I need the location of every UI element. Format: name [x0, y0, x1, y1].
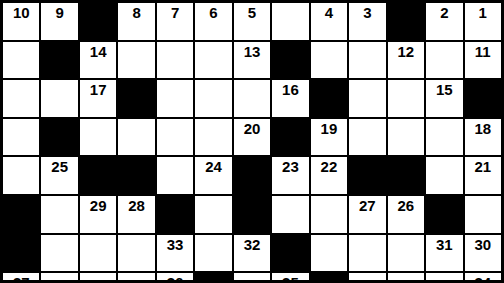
clue-number: 5	[248, 4, 256, 21]
cell-r6-c4[interactable]: 28	[118, 196, 154, 233]
cell-r6-c13[interactable]	[465, 196, 501, 233]
cell-r8-c2[interactable]	[41, 273, 77, 283]
clue-number: 13	[244, 43, 261, 60]
block-cell-r5-c10	[349, 157, 385, 194]
cell-r8-c10[interactable]	[349, 273, 385, 283]
cell-r3-c12[interactable]: 15	[426, 80, 462, 117]
cell-r8-c4[interactable]	[118, 273, 154, 283]
cell-r2-c1[interactable]	[3, 42, 39, 79]
cell-r8-c13[interactable]: 34	[465, 273, 501, 283]
cell-r1-c4[interactable]: 8	[118, 3, 154, 40]
cell-r4-c9[interactable]: 19	[311, 119, 347, 156]
cell-r8-c1[interactable]: 37	[3, 273, 39, 283]
clue-number: 7	[171, 4, 179, 21]
cell-r8-c11[interactable]	[388, 273, 424, 283]
cell-r1-c10[interactable]: 3	[349, 3, 385, 40]
cell-r2-c10[interactable]	[349, 42, 385, 79]
clue-number: 2	[440, 4, 448, 21]
cell-r7-c4[interactable]	[118, 235, 154, 272]
cell-r3-c3[interactable]: 17	[80, 80, 116, 117]
clue-number: 30	[474, 236, 491, 253]
block-cell-r5-c4	[118, 157, 154, 194]
cell-r5-c9[interactable]: 22	[311, 157, 347, 194]
cell-r3-c5[interactable]	[157, 80, 193, 117]
cell-r4-c10[interactable]	[349, 119, 385, 156]
cell-r5-c13[interactable]: 21	[465, 157, 501, 194]
cell-r1-c6[interactable]: 6	[195, 3, 231, 40]
clue-number: 10	[13, 4, 30, 21]
block-cell-r6-c7	[234, 196, 270, 233]
clue-number: 22	[321, 158, 338, 175]
cell-r3-c6[interactable]	[195, 80, 231, 117]
cell-r6-c2[interactable]	[41, 196, 77, 233]
cell-r8-c7[interactable]	[234, 273, 270, 283]
clue-number: 8	[132, 4, 140, 21]
clue-number: 3	[363, 4, 371, 21]
clue-number: 29	[90, 197, 107, 214]
cell-r5-c5[interactable]	[157, 157, 193, 194]
cell-r1-c5[interactable]: 7	[157, 3, 193, 40]
block-cell-r1-c3	[80, 3, 116, 40]
cell-r2-c7[interactable]: 13	[234, 42, 270, 79]
cell-r1-c2[interactable]: 9	[41, 3, 77, 40]
clue-number: 32	[244, 236, 261, 253]
block-cell-r5-c11	[388, 157, 424, 194]
cell-r4-c11[interactable]	[388, 119, 424, 156]
cell-r6-c3[interactable]: 29	[80, 196, 116, 233]
block-cell-r1-c11	[388, 3, 424, 40]
clue-number: 4	[325, 4, 333, 21]
cell-r8-c8[interactable]: 35	[272, 273, 308, 283]
clue-number: 19	[321, 120, 338, 137]
block-cell-r7-c1	[3, 235, 39, 272]
cell-r4-c4[interactable]	[118, 119, 154, 156]
cell-r3-c11[interactable]	[388, 80, 424, 117]
block-cell-r7-c8	[272, 235, 308, 272]
cell-r5-c2[interactable]: 25	[41, 157, 77, 194]
cell-r4-c13[interactable]: 18	[465, 119, 501, 156]
block-cell-r8-c9	[311, 273, 347, 283]
cell-r2-c4[interactable]	[118, 42, 154, 79]
cell-r1-c1[interactable]: 10	[3, 3, 39, 40]
cell-r7-c7[interactable]: 32	[234, 235, 270, 272]
clue-number: 18	[474, 120, 491, 137]
block-cell-r3-c9	[311, 80, 347, 117]
cell-r7-c5[interactable]: 33	[157, 235, 193, 272]
cell-r2-c3[interactable]: 14	[80, 42, 116, 79]
clue-number: 16	[282, 81, 299, 98]
cell-r4-c6[interactable]	[195, 119, 231, 156]
cell-r5-c6[interactable]: 24	[195, 157, 231, 194]
block-cell-r5-c7	[234, 157, 270, 194]
clue-number: 20	[244, 120, 261, 137]
cell-r6-c8[interactable]	[272, 196, 308, 233]
block-cell-r4-c8	[272, 119, 308, 156]
cell-r2-c11[interactable]: 12	[388, 42, 424, 79]
clue-number: 6	[209, 4, 217, 21]
cell-r3-c8[interactable]: 16	[272, 80, 308, 117]
block-cell-r4-c2	[41, 119, 77, 156]
cell-r6-c9[interactable]	[311, 196, 347, 233]
cell-r7-c10[interactable]	[349, 235, 385, 272]
block-cell-r6-c5	[157, 196, 193, 233]
cell-r2-c6[interactable]	[195, 42, 231, 79]
cell-r3-c1[interactable]	[3, 80, 39, 117]
clue-number: 1	[479, 4, 487, 21]
crossword-board: 1098765432114131211171615201918252423222…	[0, 0, 504, 283]
cell-r1-c8[interactable]	[272, 3, 308, 40]
clue-number: 15	[436, 81, 453, 98]
clue-number: 12	[397, 43, 414, 60]
cell-r8-c3[interactable]	[80, 273, 116, 283]
cell-r5-c8[interactable]: 23	[272, 157, 308, 194]
cell-r4-c5[interactable]	[157, 119, 193, 156]
cell-r4-c7[interactable]: 20	[234, 119, 270, 156]
clue-number: 34	[474, 274, 491, 283]
cell-r1-c7[interactable]: 5	[234, 3, 270, 40]
clue-number: 27	[359, 197, 376, 214]
clue-number: 26	[397, 197, 414, 214]
cell-r4-c3[interactable]	[80, 119, 116, 156]
cell-r8-c5[interactable]: 36	[157, 273, 193, 283]
cell-r7-c2[interactable]	[41, 235, 77, 272]
cell-r3-c10[interactable]	[349, 80, 385, 117]
cell-r7-c12[interactable]: 31	[426, 235, 462, 272]
cell-r5-c1[interactable]	[3, 157, 39, 194]
clue-number: 25	[51, 158, 68, 175]
cell-r7-c9[interactable]	[311, 235, 347, 272]
clue-number: 36	[167, 274, 184, 283]
cell-r6-c11[interactable]: 26	[388, 196, 424, 233]
cell-r2-c9[interactable]	[311, 42, 347, 79]
block-cell-r3-c13	[465, 80, 501, 117]
clue-number: 24	[205, 158, 222, 175]
cell-r3-c2[interactable]	[41, 80, 77, 117]
block-cell-r6-c12	[426, 196, 462, 233]
cell-r6-c10[interactable]: 27	[349, 196, 385, 233]
clue-number: 14	[90, 43, 107, 60]
cell-r2-c5[interactable]	[157, 42, 193, 79]
clue-number: 33	[167, 236, 184, 253]
block-cell-r5-c3	[80, 157, 116, 194]
block-cell-r2-c8	[272, 42, 308, 79]
cell-r6-c6[interactable]	[195, 196, 231, 233]
clue-number: 35	[282, 274, 299, 283]
cell-r8-c12[interactable]	[426, 273, 462, 283]
cell-r7-c6[interactable]	[195, 235, 231, 272]
cell-r4-c1[interactable]	[3, 119, 39, 156]
cell-r2-c12[interactable]	[426, 42, 462, 79]
clue-number: 17	[90, 81, 107, 98]
block-cell-r6-c1	[3, 196, 39, 233]
block-cell-r3-c4	[118, 80, 154, 117]
cell-r4-c12[interactable]	[426, 119, 462, 156]
clue-number: 9	[56, 4, 64, 21]
clue-number: 37	[13, 274, 30, 283]
block-cell-r2-c2	[41, 42, 77, 79]
cell-r2-c13[interactable]: 11	[465, 42, 501, 79]
clue-number: 23	[282, 158, 299, 175]
clue-number: 31	[436, 236, 453, 253]
cell-r1-c13[interactable]: 1	[465, 3, 501, 40]
clue-number: 28	[128, 197, 145, 214]
cell-r7-c3[interactable]	[80, 235, 116, 272]
clue-number: 21	[474, 158, 491, 175]
cell-r7-c13[interactable]: 30	[465, 235, 501, 272]
cell-r5-c12[interactable]	[426, 157, 462, 194]
cell-r1-c12[interactable]: 2	[426, 3, 462, 40]
cell-r7-c11[interactable]	[388, 235, 424, 272]
clue-number: 11	[475, 43, 491, 60]
block-cell-r8-c6	[195, 273, 231, 283]
cell-r1-c9[interactable]: 4	[311, 3, 347, 40]
cell-r3-c7[interactable]	[234, 80, 270, 117]
